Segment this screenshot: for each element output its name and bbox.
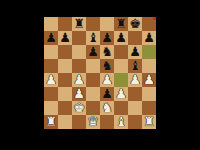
square-d1[interactable]: ♛ [86,115,100,129]
square-a6[interactable] [44,45,58,59]
white-pawn-c3[interactable]: ♟ [73,87,85,101]
square-b5[interactable] [58,59,72,73]
square-b1[interactable] [58,115,72,129]
black-bishop-d7[interactable]: ♝ [87,31,99,45]
square-b3[interactable] [58,87,72,101]
square-g3[interactable] [128,87,142,101]
square-g2[interactable] [128,101,142,115]
white-knight-e2[interactable]: ♞ [101,101,113,115]
square-g4[interactable]: ♟ [128,73,142,87]
white-rook-a1[interactable]: ♜ [45,115,57,129]
square-e1[interactable] [100,115,114,129]
square-c1[interactable] [72,115,86,129]
square-f7[interactable]: ♟ [114,31,128,45]
square-b7[interactable]: ♟ [58,31,72,45]
white-pawn-e4[interactable]: ♟ [101,73,113,87]
white-pawn-g4[interactable]: ♟ [129,73,141,87]
white-pawn-c4[interactable]: ♟ [73,73,85,87]
square-d6[interactable]: ♟ [86,45,100,59]
square-c2[interactable]: ♚ [72,101,86,115]
white-pawn-f3[interactable]: ♟ [115,87,127,101]
black-bishop-g5[interactable]: ♝ [129,59,141,73]
white-pawn-h4[interactable]: ♟ [143,73,155,87]
chess-board: ♜♜♚♟♟♝♟♟♟♟♞♟♞♝♟♟♟♟♟♟♟♟♚♞♜♛♝♜ [44,17,156,129]
square-h3[interactable] [142,87,156,101]
square-a1[interactable]: ♜ [44,115,58,129]
black-knight-e5[interactable]: ♞ [101,59,113,73]
square-a7[interactable]: ♟ [44,31,58,45]
square-c7[interactable] [72,31,86,45]
square-d5[interactable] [86,59,100,73]
square-f5[interactable] [114,59,128,73]
white-bishop-f1[interactable]: ♝ [115,115,127,129]
square-d4[interactable] [86,73,100,87]
square-f3[interactable]: ♟ [114,87,128,101]
black-knight-e6[interactable]: ♞ [101,45,113,59]
square-d3[interactable] [86,87,100,101]
white-king-c2[interactable]: ♚ [73,101,85,115]
black-pawn-g6[interactable]: ♟ [129,45,141,59]
square-h7[interactable]: ♟ [142,31,156,45]
square-h1[interactable]: ♜ [142,115,156,129]
black-king-g8[interactable]: ♚ [129,17,141,31]
square-g8[interactable]: ♚ [128,17,142,31]
black-rook-f8[interactable]: ♜ [115,17,127,31]
square-f1[interactable]: ♝ [114,115,128,129]
black-pawn-b7[interactable]: ♟ [59,31,71,45]
white-rook-h1[interactable]: ♜ [143,115,155,129]
black-pawn-e7[interactable]: ♟ [101,31,113,45]
square-b2[interactable] [58,101,72,115]
black-pawn-e3[interactable]: ♟ [101,87,113,101]
red-marker-dot [153,17,156,20]
white-pawn-a4[interactable]: ♟ [45,73,57,87]
square-e2[interactable]: ♞ [100,101,114,115]
black-pawn-a7[interactable]: ♟ [45,31,57,45]
square-b6[interactable] [58,45,72,59]
square-a4[interactable]: ♟ [44,73,58,87]
white-queen-d1[interactable]: ♛ [87,115,99,129]
black-rook-c8[interactable]: ♜ [73,17,85,31]
square-c8[interactable]: ♜ [72,17,86,31]
chess-app-window: ♜♜♚♟♟♝♟♟♟♟♞♟♞♝♟♟♟♟♟♟♟♟♚♞♜♛♝♜ [0,0,200,150]
square-f6[interactable] [114,45,128,59]
square-h4[interactable]: ♟ [142,73,156,87]
square-b4[interactable] [58,73,72,87]
black-pawn-d6[interactable]: ♟ [87,45,99,59]
black-pawn-h7[interactable]: ♟ [143,31,155,45]
square-g1[interactable] [128,115,142,129]
square-a3[interactable] [44,87,58,101]
square-c6[interactable] [72,45,86,59]
square-h6[interactable] [142,45,156,59]
black-pawn-f7[interactable]: ♟ [115,31,127,45]
